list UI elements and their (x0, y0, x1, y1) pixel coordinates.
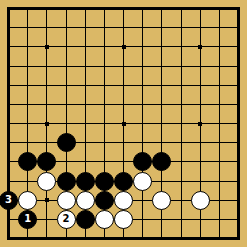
star-point (122, 122, 126, 126)
grid-line-vertical (181, 9, 182, 239)
move-number-label: 1 (24, 214, 31, 224)
white-stone (95, 210, 114, 229)
black-stone (76, 172, 95, 191)
star-point (45, 122, 49, 126)
black-stone (95, 172, 114, 191)
star-point (45, 45, 49, 49)
white-stone (37, 172, 56, 191)
grid-line-vertical (142, 9, 143, 239)
black-stone: 1 (18, 210, 37, 229)
white-stone: 2 (57, 210, 76, 229)
black-stone (114, 172, 133, 191)
black-stone (95, 191, 114, 210)
grid-line-horizontal (9, 142, 239, 143)
black-stone (76, 210, 95, 229)
move-number-label: 3 (5, 195, 12, 205)
white-stone (114, 191, 133, 210)
white-stone (57, 191, 76, 210)
black-stone: 3 (0, 191, 18, 210)
white-stone (18, 191, 37, 210)
white-stone (114, 210, 133, 229)
star-point (198, 122, 202, 126)
black-stone (57, 172, 76, 191)
star-point (198, 45, 202, 49)
star-point (122, 45, 126, 49)
go-board-diagram: 312 (0, 0, 247, 247)
grid-line-vertical (219, 9, 220, 239)
white-stone (152, 191, 171, 210)
star-point (45, 198, 49, 202)
move-number-label: 2 (63, 214, 70, 224)
white-stone (191, 191, 210, 210)
white-stone (76, 191, 95, 210)
black-stone (57, 133, 76, 152)
white-stone (133, 172, 152, 191)
